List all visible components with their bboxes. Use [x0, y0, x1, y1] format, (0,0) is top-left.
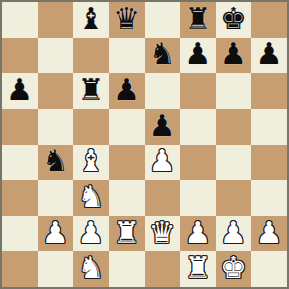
square-c1[interactable]: ♞	[73, 251, 109, 287]
square-c8[interactable]: ♝	[73, 2, 109, 38]
piece-white-king[interactable]: ♚	[220, 253, 247, 283]
square-f1[interactable]: ♜	[180, 251, 216, 287]
square-d3[interactable]	[109, 180, 145, 216]
square-a5[interactable]	[2, 109, 38, 145]
square-a2[interactable]	[2, 216, 38, 252]
piece-white-pawn[interactable]: ♟	[42, 218, 69, 248]
square-c3[interactable]: ♞	[73, 180, 109, 216]
square-h3[interactable]	[251, 180, 287, 216]
square-e3[interactable]	[145, 180, 181, 216]
piece-white-knight[interactable]: ♞	[78, 182, 105, 212]
square-g6[interactable]	[216, 73, 252, 109]
square-d6[interactable]: ♟	[109, 73, 145, 109]
piece-white-pawn[interactable]: ♟	[78, 218, 105, 248]
square-h1[interactable]	[251, 251, 287, 287]
square-c7[interactable]	[73, 38, 109, 74]
piece-black-knight[interactable]: ♞	[42, 146, 69, 176]
square-d8[interactable]: ♛	[109, 2, 145, 38]
square-b2[interactable]: ♟	[38, 216, 74, 252]
square-b7[interactable]	[38, 38, 74, 74]
square-c4[interactable]: ♝	[73, 145, 109, 181]
square-g4[interactable]	[216, 145, 252, 181]
square-a3[interactable]	[2, 180, 38, 216]
square-e7[interactable]: ♞	[145, 38, 181, 74]
square-g1[interactable]: ♚	[216, 251, 252, 287]
square-b8[interactable]	[38, 2, 74, 38]
square-e5[interactable]: ♟	[145, 109, 181, 145]
square-d1[interactable]	[109, 251, 145, 287]
square-h8[interactable]	[251, 2, 287, 38]
square-h4[interactable]	[251, 145, 287, 181]
piece-black-pawn[interactable]: ♟	[256, 39, 283, 69]
square-d5[interactable]	[109, 109, 145, 145]
piece-white-rook[interactable]: ♜	[184, 253, 211, 283]
square-f2[interactable]: ♟	[180, 216, 216, 252]
square-e6[interactable]	[145, 73, 181, 109]
square-e1[interactable]	[145, 251, 181, 287]
square-f5[interactable]	[180, 109, 216, 145]
piece-white-bishop[interactable]: ♝	[78, 146, 105, 176]
square-b5[interactable]	[38, 109, 74, 145]
square-g7[interactable]: ♟	[216, 38, 252, 74]
piece-black-king[interactable]: ♚	[220, 4, 247, 34]
piece-black-pawn[interactable]: ♟	[184, 39, 211, 69]
piece-white-pawn[interactable]: ♟	[220, 218, 247, 248]
square-a6[interactable]: ♟	[2, 73, 38, 109]
piece-white-pawn[interactable]: ♟	[256, 218, 283, 248]
square-g5[interactable]	[216, 109, 252, 145]
square-a1[interactable]	[2, 251, 38, 287]
piece-black-pawn[interactable]: ♟	[220, 39, 247, 69]
chess-board: ♝♛♜♚♞♟♟♟♟♜♟♟♞♝♟♞♟♟♜♛♟♟♟♞♜♚	[0, 0, 289, 289]
square-h6[interactable]	[251, 73, 287, 109]
square-c5[interactable]	[73, 109, 109, 145]
square-d2[interactable]: ♜	[109, 216, 145, 252]
square-b4[interactable]: ♞	[38, 145, 74, 181]
piece-white-knight[interactable]: ♞	[78, 253, 105, 283]
piece-black-knight[interactable]: ♞	[149, 39, 176, 69]
piece-white-pawn[interactable]: ♟	[149, 146, 176, 176]
square-e8[interactable]	[145, 2, 181, 38]
square-d4[interactable]	[109, 145, 145, 181]
piece-black-pawn[interactable]: ♟	[149, 111, 176, 141]
square-c2[interactable]: ♟	[73, 216, 109, 252]
piece-white-rook[interactable]: ♜	[113, 218, 140, 248]
square-g2[interactable]: ♟	[216, 216, 252, 252]
square-e4[interactable]: ♟	[145, 145, 181, 181]
square-f4[interactable]	[180, 145, 216, 181]
piece-black-queen[interactable]: ♛	[113, 4, 140, 34]
square-g8[interactable]: ♚	[216, 2, 252, 38]
square-h5[interactable]	[251, 109, 287, 145]
piece-black-rook[interactable]: ♜	[184, 4, 211, 34]
piece-black-pawn[interactable]: ♟	[6, 75, 33, 105]
square-a4[interactable]	[2, 145, 38, 181]
square-f7[interactable]: ♟	[180, 38, 216, 74]
square-g3[interactable]	[216, 180, 252, 216]
piece-black-pawn[interactable]: ♟	[113, 75, 140, 105]
piece-white-queen[interactable]: ♛	[149, 218, 176, 248]
square-b6[interactable]	[38, 73, 74, 109]
square-b3[interactable]	[38, 180, 74, 216]
square-c6[interactable]: ♜	[73, 73, 109, 109]
square-d7[interactable]	[109, 38, 145, 74]
square-h2[interactable]: ♟	[251, 216, 287, 252]
square-f3[interactable]	[180, 180, 216, 216]
square-f6[interactable]	[180, 73, 216, 109]
piece-black-bishop[interactable]: ♝	[78, 4, 105, 34]
square-e2[interactable]: ♛	[145, 216, 181, 252]
piece-white-pawn[interactable]: ♟	[184, 218, 211, 248]
piece-black-rook[interactable]: ♜	[78, 75, 105, 105]
square-b1[interactable]	[38, 251, 74, 287]
square-h7[interactable]: ♟	[251, 38, 287, 74]
square-a7[interactable]	[2, 38, 38, 74]
square-a8[interactable]	[2, 2, 38, 38]
square-f8[interactable]: ♜	[180, 2, 216, 38]
